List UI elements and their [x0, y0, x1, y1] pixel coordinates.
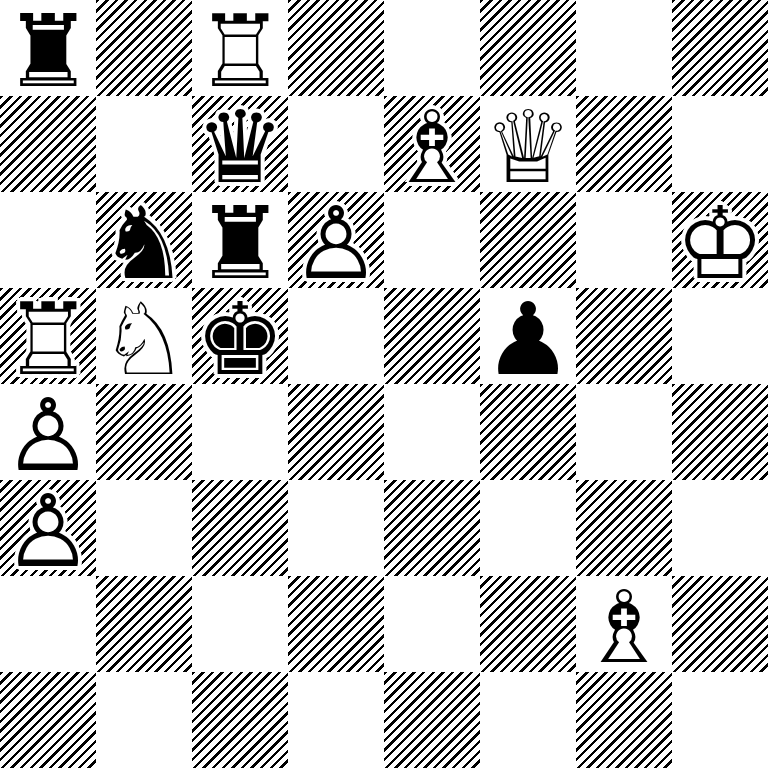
chess-board: ♜♜♜♖♛♛♝♗♛♕♞♞♜♜♟♙♚♔♜♖♞♘♚♚♟♟♟♙♟♙♝♗ [0, 0, 768, 768]
square-f7[interactable]: ♛♕ [480, 96, 576, 192]
piece-glyph: ♗ [579, 576, 669, 672]
square-e2[interactable] [384, 576, 480, 672]
square-h3[interactable] [672, 480, 768, 576]
square-b6[interactable]: ♞♞ [96, 192, 192, 288]
square-g8[interactable] [576, 0, 672, 96]
piece-white-bishop[interactable]: ♝♗ [387, 100, 477, 192]
square-e7[interactable]: ♝♗ [384, 96, 480, 192]
square-a7[interactable] [0, 96, 96, 192]
square-h8[interactable] [672, 0, 768, 96]
piece-white-pawn[interactable]: ♟♙ [291, 196, 381, 288]
piece-glyph: ♙ [3, 384, 93, 480]
square-g5[interactable] [576, 288, 672, 384]
piece-black-rook[interactable]: ♜♜ [195, 196, 285, 288]
square-a1[interactable] [0, 672, 96, 768]
square-e8[interactable] [384, 0, 480, 96]
piece-black-pawn[interactable]: ♟♟ [483, 292, 573, 384]
piece-glyph: ♛ [195, 96, 285, 192]
square-h6[interactable]: ♚♔ [672, 192, 768, 288]
square-f6[interactable] [480, 192, 576, 288]
square-a5[interactable]: ♜♖ [0, 288, 96, 384]
square-d5[interactable] [288, 288, 384, 384]
square-b3[interactable] [96, 480, 192, 576]
square-d1[interactable] [288, 672, 384, 768]
piece-glyph: ♘ [99, 288, 189, 384]
square-a2[interactable] [0, 576, 96, 672]
square-d2[interactable] [288, 576, 384, 672]
square-h1[interactable] [672, 672, 768, 768]
square-g6[interactable] [576, 192, 672, 288]
square-g1[interactable] [576, 672, 672, 768]
square-f1[interactable] [480, 672, 576, 768]
piece-glyph: ♟ [483, 288, 573, 384]
square-d6[interactable]: ♟♙ [288, 192, 384, 288]
piece-glyph: ♔ [675, 192, 765, 288]
square-b8[interactable] [96, 0, 192, 96]
piece-white-pawn[interactable]: ♟♙ [3, 388, 93, 480]
square-h5[interactable] [672, 288, 768, 384]
piece-white-queen[interactable]: ♛♕ [483, 100, 573, 192]
piece-black-rook[interactable]: ♜♜ [3, 4, 93, 96]
square-e3[interactable] [384, 480, 480, 576]
square-b1[interactable] [96, 672, 192, 768]
piece-black-king[interactable]: ♚♚ [195, 292, 285, 384]
piece-glyph: ♙ [291, 192, 381, 288]
piece-glyph: ♜ [195, 192, 285, 288]
square-f3[interactable] [480, 480, 576, 576]
square-a4[interactable]: ♟♙ [0, 384, 96, 480]
square-b4[interactable] [96, 384, 192, 480]
square-g4[interactable] [576, 384, 672, 480]
piece-glyph: ♖ [3, 288, 93, 384]
square-a3[interactable]: ♟♙ [0, 480, 96, 576]
square-e4[interactable] [384, 384, 480, 480]
piece-white-pawn[interactable]: ♟♙ [3, 484, 93, 576]
square-b2[interactable] [96, 576, 192, 672]
square-f4[interactable] [480, 384, 576, 480]
square-c2[interactable] [192, 576, 288, 672]
square-g3[interactable] [576, 480, 672, 576]
piece-glyph: ♞ [99, 192, 189, 288]
piece-white-bishop[interactable]: ♝♗ [579, 580, 669, 672]
square-c4[interactable] [192, 384, 288, 480]
piece-glyph: ♙ [3, 480, 93, 576]
square-c6[interactable]: ♜♜ [192, 192, 288, 288]
square-a6[interactable] [0, 192, 96, 288]
square-d3[interactable] [288, 480, 384, 576]
square-c3[interactable] [192, 480, 288, 576]
square-h4[interactable] [672, 384, 768, 480]
square-b5[interactable]: ♞♘ [96, 288, 192, 384]
square-f2[interactable] [480, 576, 576, 672]
square-d4[interactable] [288, 384, 384, 480]
square-b7[interactable] [96, 96, 192, 192]
piece-glyph: ♖ [195, 0, 285, 96]
square-h2[interactable] [672, 576, 768, 672]
square-d8[interactable] [288, 0, 384, 96]
piece-white-rook[interactable]: ♜♖ [195, 4, 285, 96]
square-g2[interactable]: ♝♗ [576, 576, 672, 672]
piece-white-king[interactable]: ♚♔ [675, 196, 765, 288]
square-f8[interactable] [480, 0, 576, 96]
piece-glyph: ♜ [3, 0, 93, 96]
square-a8[interactable]: ♜♜ [0, 0, 96, 96]
piece-glyph: ♗ [387, 96, 477, 192]
square-c1[interactable] [192, 672, 288, 768]
square-f5[interactable]: ♟♟ [480, 288, 576, 384]
square-c5[interactable]: ♚♚ [192, 288, 288, 384]
square-g7[interactable] [576, 96, 672, 192]
square-c7[interactable]: ♛♛ [192, 96, 288, 192]
square-e1[interactable] [384, 672, 480, 768]
square-h7[interactable] [672, 96, 768, 192]
square-c8[interactable]: ♜♖ [192, 0, 288, 96]
piece-white-knight[interactable]: ♞♘ [99, 292, 189, 384]
square-d7[interactable] [288, 96, 384, 192]
square-e6[interactable] [384, 192, 480, 288]
piece-white-rook[interactable]: ♜♖ [3, 292, 93, 384]
piece-black-knight[interactable]: ♞♞ [99, 196, 189, 288]
piece-glyph: ♕ [483, 96, 573, 192]
piece-black-queen[interactable]: ♛♛ [195, 100, 285, 192]
square-e5[interactable] [384, 288, 480, 384]
piece-glyph: ♚ [195, 288, 285, 384]
